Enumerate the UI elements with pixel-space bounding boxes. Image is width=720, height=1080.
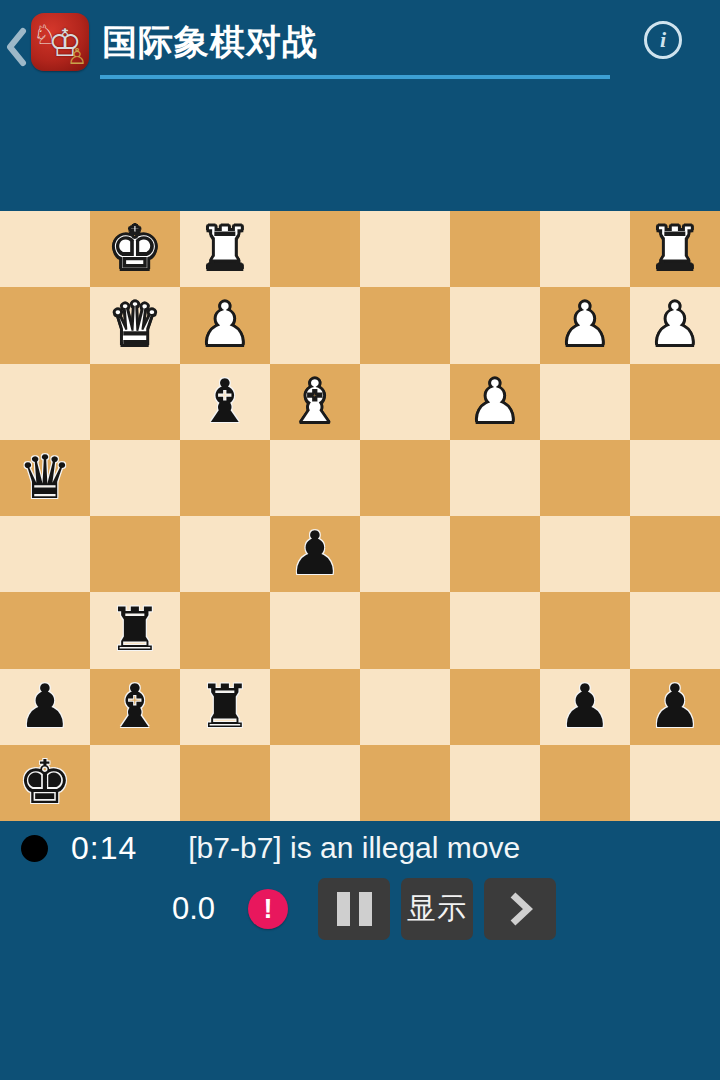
square-a3[interactable] xyxy=(0,592,90,668)
square-e5[interactable] xyxy=(360,440,450,516)
alert-button[interactable]: ! xyxy=(248,889,288,929)
black-piece-P: ♟ xyxy=(630,669,720,744)
square-h2[interactable]: ♟ xyxy=(630,669,720,745)
square-d5[interactable] xyxy=(270,440,360,516)
square-e3[interactable] xyxy=(360,592,450,668)
square-b5[interactable] xyxy=(90,440,180,516)
square-d3[interactable] xyxy=(270,592,360,668)
exclamation-icon: ! xyxy=(264,889,273,929)
white-piece-R: ♜ xyxy=(180,211,270,286)
header-bar: ♘ ♔ ♙ 国际象棋对战 i xyxy=(0,0,720,211)
square-h5[interactable] xyxy=(630,440,720,516)
square-g2[interactable]: ♟ xyxy=(540,669,630,745)
square-f4[interactable] xyxy=(450,516,540,592)
black-piece-R: ♜ xyxy=(90,592,180,667)
black-turn-indicator xyxy=(21,835,48,862)
square-b6[interactable] xyxy=(90,364,180,440)
back-icon[interactable] xyxy=(5,27,27,67)
square-g5[interactable] xyxy=(540,440,630,516)
white-piece-P: ♟ xyxy=(630,287,720,362)
square-d8[interactable] xyxy=(270,211,360,287)
pause-icon xyxy=(337,892,372,926)
page-title: 国际象棋对战 xyxy=(102,21,318,63)
title-underline xyxy=(100,75,610,79)
square-c1[interactable] xyxy=(180,745,270,821)
square-d6[interactable]: ♝ xyxy=(270,364,360,440)
white-piece-P: ♟ xyxy=(450,364,540,439)
pawn-icon: ♙ xyxy=(67,44,87,69)
square-g7[interactable]: ♟ xyxy=(540,287,630,363)
square-a6[interactable] xyxy=(0,364,90,440)
square-e6[interactable] xyxy=(360,364,450,440)
square-f2[interactable] xyxy=(450,669,540,745)
square-c7[interactable]: ♟ xyxy=(180,287,270,363)
square-e4[interactable] xyxy=(360,516,450,592)
clock-display: 0:14 xyxy=(71,830,137,867)
black-piece-K: ♚ xyxy=(0,745,90,820)
square-f1[interactable] xyxy=(450,745,540,821)
square-b7[interactable]: ♛ xyxy=(90,287,180,363)
square-d7[interactable] xyxy=(270,287,360,363)
pause-button[interactable] xyxy=(318,878,390,940)
square-a4[interactable] xyxy=(0,516,90,592)
square-c6[interactable]: ♝ xyxy=(180,364,270,440)
black-piece-Q: ♛ xyxy=(0,440,90,515)
square-a2[interactable]: ♟ xyxy=(0,669,90,745)
square-b4[interactable] xyxy=(90,516,180,592)
square-h7[interactable]: ♟ xyxy=(630,287,720,363)
square-g4[interactable] xyxy=(540,516,630,592)
square-h1[interactable] xyxy=(630,745,720,821)
square-h8[interactable]: ♜ xyxy=(630,211,720,287)
square-b3[interactable]: ♜ xyxy=(90,592,180,668)
info-icon[interactable]: i xyxy=(644,21,682,59)
white-piece-Q: ♛ xyxy=(90,287,180,362)
square-a8[interactable] xyxy=(0,211,90,287)
square-d4[interactable]: ♟ xyxy=(270,516,360,592)
black-piece-P: ♟ xyxy=(540,669,630,744)
chess-board: ♚♜♜♛♟♟♟♝♝♟♛♟♜♟♝♜♟♟♚ xyxy=(0,211,720,821)
status-message: [b7-b7] is an illegal move xyxy=(188,831,520,865)
square-a1[interactable]: ♚ xyxy=(0,745,90,821)
black-piece-R: ♜ xyxy=(180,669,270,744)
square-c8[interactable]: ♜ xyxy=(180,211,270,287)
square-c3[interactable] xyxy=(180,592,270,668)
square-e2[interactable] xyxy=(360,669,450,745)
status-row: 0:14 [b7-b7] is an illegal move xyxy=(0,821,720,875)
square-h6[interactable] xyxy=(630,364,720,440)
square-b1[interactable] xyxy=(90,745,180,821)
square-h4[interactable] xyxy=(630,516,720,592)
white-piece-K: ♚ xyxy=(90,211,180,286)
square-e7[interactable] xyxy=(360,287,450,363)
controls-row: 0.0 ! 显示 xyxy=(0,876,720,942)
white-piece-P: ♟ xyxy=(540,287,630,362)
white-piece-P: ♟ xyxy=(180,287,270,362)
white-piece-B: ♝ xyxy=(270,364,360,439)
square-b8[interactable]: ♚ xyxy=(90,211,180,287)
show-button-label: 显示 xyxy=(407,889,467,929)
white-piece-R: ♜ xyxy=(630,211,720,286)
square-a5[interactable]: ♛ xyxy=(0,440,90,516)
bottom-panel: 0:14 [b7-b7] is an illegal move 0.0 ! 显示… xyxy=(0,821,720,1080)
engine-score: 0.0 xyxy=(172,891,216,927)
next-move-button[interactable] xyxy=(484,878,556,940)
square-b2[interactable]: ♝ xyxy=(90,669,180,745)
black-piece-P: ♟ xyxy=(270,516,360,591)
chevron-right-icon xyxy=(507,891,533,927)
black-piece-P: ♟ xyxy=(0,669,90,744)
square-f3[interactable] xyxy=(450,592,540,668)
square-e8[interactable] xyxy=(360,211,450,287)
square-f7[interactable] xyxy=(450,287,540,363)
square-g1[interactable] xyxy=(540,745,630,821)
square-f6[interactable]: ♟ xyxy=(450,364,540,440)
square-g8[interactable] xyxy=(540,211,630,287)
square-g3[interactable] xyxy=(540,592,630,668)
square-c2[interactable]: ♜ xyxy=(180,669,270,745)
square-h3[interactable] xyxy=(630,592,720,668)
square-e1[interactable] xyxy=(360,745,450,821)
show-button[interactable]: 显示 xyxy=(401,878,473,940)
square-f5[interactable] xyxy=(450,440,540,516)
square-g6[interactable] xyxy=(540,364,630,440)
app-icon: ♘ ♔ ♙ xyxy=(31,13,89,71)
black-piece-B: ♝ xyxy=(180,364,270,439)
square-f8[interactable] xyxy=(450,211,540,287)
square-c5[interactable] xyxy=(180,440,270,516)
square-c4[interactable] xyxy=(180,516,270,592)
black-piece-B: ♝ xyxy=(90,669,180,744)
square-d2[interactable] xyxy=(270,669,360,745)
square-d1[interactable] xyxy=(270,745,360,821)
square-a7[interactable] xyxy=(0,287,90,363)
